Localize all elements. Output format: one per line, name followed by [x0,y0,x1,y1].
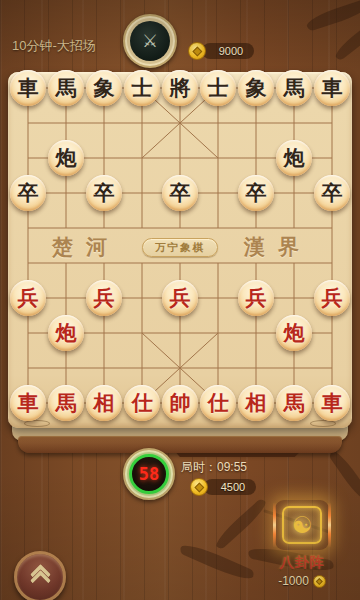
board-tray-lip [18,436,342,453]
piece-red-馬[interactable]: 馬 [48,385,84,421]
item-cost-value: -1000 [278,574,309,588]
piece-black-馬[interactable]: 馬 [276,70,312,106]
piece-black-卒[interactable]: 卒 [10,175,46,211]
player-coin-counter: 4500 [204,479,256,495]
piece-black-卒[interactable]: 卒 [162,175,198,211]
piece-black-車[interactable]: 車 [10,70,46,106]
piece-black-將[interactable]: 將 [162,70,198,106]
piece-black-士[interactable]: 士 [200,70,236,106]
room-name-label: 10分钟-大招场 [12,37,96,55]
piece-layer: 車馬象士將士象馬車炮炮卒卒卒卒卒兵兵兵兵兵炮炮車馬相仕帥仕相馬車 [9,71,351,421]
piece-red-炮[interactable]: 炮 [48,315,84,351]
game-time-label: 局时： [181,460,217,474]
piece-red-馬[interactable]: 馬 [276,385,312,421]
piece-red-仕[interactable]: 仕 [200,385,236,421]
piece-red-車[interactable]: 車 [314,385,350,421]
bamboo-leaf-decoration [304,0,360,32]
piece-red-炮[interactable]: 炮 [276,315,312,351]
opponent-avatar[interactable]: ⚔ [123,14,177,68]
piece-black-象[interactable]: 象 [238,70,274,106]
item-cost: -1000 [268,574,336,588]
coin-icon [190,478,208,496]
game-time: 局时：09:55 [181,459,247,476]
piece-black-士[interactable]: 士 [124,70,160,106]
piece-red-相[interactable]: 相 [86,385,122,421]
coin-icon [188,42,206,60]
player-avatar-timer[interactable]: 58 [123,448,175,500]
piece-black-象[interactable]: 象 [86,70,122,106]
piece-red-兵[interactable]: 兵 [162,280,198,316]
item-name-label: 八卦阵 [268,554,336,572]
bagua-yinyang-icon: ☯ [282,506,322,544]
timer-green-ring: 58 [129,454,169,494]
skull-sword-avatar-icon: ⚔ [130,21,170,61]
item-bagua-formation[interactable]: ☯ 八卦阵 -1000 [268,500,336,588]
scroll-corner-decoration [310,420,336,427]
piece-red-相[interactable]: 相 [238,385,274,421]
piece-black-卒[interactable]: 卒 [86,175,122,211]
piece-black-卒[interactable]: 卒 [314,175,350,211]
opponent-coin-amount: 9000 [202,43,254,59]
piece-black-炮[interactable]: 炮 [276,140,312,176]
player-coin-amount: 4500 [204,479,256,495]
piece-red-車[interactable]: 車 [10,385,46,421]
piece-black-馬[interactable]: 馬 [48,70,84,106]
piece-red-兵[interactable]: 兵 [238,280,274,316]
piece-red-兵[interactable]: 兵 [86,280,122,316]
bamboo-leaf-decoration [332,18,360,61]
piece-black-炮[interactable]: 炮 [48,140,84,176]
bamboo-leaf-decoration [328,448,360,504]
piece-black-卒[interactable]: 卒 [238,175,274,211]
item-glow-box[interactable]: ☯ [275,500,329,550]
piece-black-車[interactable]: 車 [314,70,350,106]
piece-red-兵[interactable]: 兵 [314,280,350,316]
coin-icon [313,575,326,588]
opponent-coin-counter: 9000 [202,43,254,59]
move-timer-value: 58 [139,464,159,484]
piece-red-帥[interactable]: 帥 [162,385,198,421]
piece-red-兵[interactable]: 兵 [10,280,46,316]
bamboo-leaf-decoration [212,497,269,550]
game-time-value: 09:55 [217,460,247,474]
piece-red-仕[interactable]: 仕 [124,385,160,421]
xiangqi-game-screen: { "game": "xiangqi", "position": { "fen"… [0,0,360,600]
expand-panel-button[interactable] [14,551,66,600]
scroll-corner-decoration [24,420,50,427]
